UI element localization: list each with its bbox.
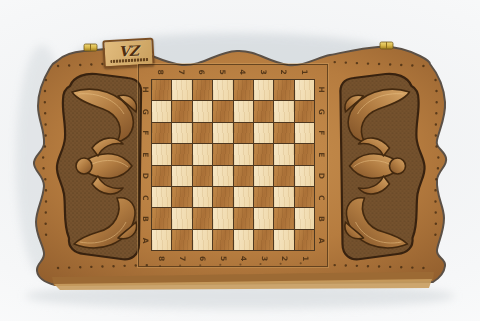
chess-board bbox=[151, 79, 315, 251]
coord-label: 3 bbox=[256, 251, 271, 266]
coord-label: G bbox=[139, 105, 151, 117]
square-f5[interactable] bbox=[213, 123, 232, 143]
coord-label: C bbox=[139, 191, 151, 203]
square-a1[interactable] bbox=[295, 230, 314, 250]
square-e4[interactable] bbox=[234, 144, 253, 164]
square-f3[interactable] bbox=[254, 123, 273, 143]
square-b1[interactable] bbox=[295, 208, 314, 228]
coord-label: G bbox=[315, 105, 327, 117]
coord-label: A bbox=[315, 234, 327, 246]
file-labels-left: HGFEDCBA bbox=[139, 79, 151, 251]
coord-label: 4 bbox=[236, 251, 251, 266]
coord-label: 1 bbox=[298, 65, 312, 79]
coord-label: A bbox=[139, 234, 151, 246]
coord-label: 5 bbox=[216, 65, 230, 79]
square-b7[interactable] bbox=[172, 208, 191, 228]
square-c7[interactable] bbox=[172, 187, 191, 207]
rank-labels-bottom: 87654321 bbox=[151, 251, 315, 266]
square-b3[interactable] bbox=[254, 208, 273, 228]
square-h5[interactable] bbox=[213, 80, 232, 100]
square-d5[interactable] bbox=[213, 166, 232, 186]
square-d2[interactable] bbox=[274, 166, 293, 186]
square-d1[interactable] bbox=[295, 166, 314, 186]
square-d7[interactable] bbox=[172, 166, 191, 186]
square-e1[interactable] bbox=[295, 144, 314, 164]
coord-label: 7 bbox=[175, 65, 189, 79]
square-c5[interactable] bbox=[213, 187, 232, 207]
square-a2[interactable] bbox=[274, 230, 293, 250]
square-a5[interactable] bbox=[213, 230, 232, 250]
square-f6[interactable] bbox=[193, 123, 212, 143]
coord-label: D bbox=[139, 170, 151, 182]
coord-label: 8 bbox=[154, 251, 169, 266]
coord-label: 1 bbox=[297, 251, 312, 266]
square-f2[interactable] bbox=[274, 123, 293, 143]
square-c8[interactable] bbox=[152, 187, 171, 207]
square-f7[interactable] bbox=[172, 123, 191, 143]
coord-label: 2 bbox=[277, 251, 292, 266]
coord-label: 5 bbox=[215, 251, 230, 266]
file-labels-right: HGFEDCBA bbox=[315, 79, 327, 251]
square-e3[interactable] bbox=[254, 144, 273, 164]
square-c4[interactable] bbox=[234, 187, 253, 207]
square-c6[interactable] bbox=[193, 187, 212, 207]
square-h4[interactable] bbox=[234, 80, 253, 100]
square-c3[interactable] bbox=[254, 187, 273, 207]
coord-label: 6 bbox=[195, 251, 210, 266]
coord-label: 2 bbox=[277, 65, 291, 79]
coord-label: H bbox=[315, 84, 327, 96]
square-d3[interactable] bbox=[254, 166, 273, 186]
square-d6[interactable] bbox=[193, 166, 212, 186]
square-h6[interactable] bbox=[193, 80, 212, 100]
coord-label: C bbox=[315, 191, 327, 203]
square-f4[interactable] bbox=[234, 123, 253, 143]
coord-label: F bbox=[139, 127, 151, 139]
square-d8[interactable] bbox=[152, 166, 171, 186]
square-g2[interactable] bbox=[274, 101, 293, 121]
square-b5[interactable] bbox=[213, 208, 232, 228]
chess-area: 87654321 HGFEDCBA HGFEDCBA 87654321 bbox=[138, 64, 328, 267]
coord-label: 8 bbox=[154, 65, 168, 79]
square-c2[interactable] bbox=[274, 187, 293, 207]
coord-label: 4 bbox=[236, 65, 250, 79]
square-g4[interactable] bbox=[234, 101, 253, 121]
square-a7[interactable] bbox=[172, 230, 191, 250]
square-h1[interactable] bbox=[295, 80, 314, 100]
square-a4[interactable] bbox=[234, 230, 253, 250]
maker-logo-tagline-illegible bbox=[110, 57, 148, 62]
square-a8[interactable] bbox=[152, 230, 171, 250]
square-h8[interactable] bbox=[152, 80, 171, 100]
photo-stage: VZ 87654321 HGFEDCBA HGFEDCBA 87654321 bbox=[0, 0, 480, 321]
square-e8[interactable] bbox=[152, 144, 171, 164]
square-g1[interactable] bbox=[295, 101, 314, 121]
square-a3[interactable] bbox=[254, 230, 273, 250]
coord-label: H bbox=[139, 84, 151, 96]
square-b4[interactable] bbox=[234, 208, 253, 228]
coord-label: B bbox=[315, 213, 327, 225]
coord-label: 3 bbox=[257, 65, 271, 79]
square-g7[interactable] bbox=[172, 101, 191, 121]
square-g6[interactable] bbox=[193, 101, 212, 121]
square-e2[interactable] bbox=[274, 144, 293, 164]
coord-label: F bbox=[315, 127, 327, 139]
square-g5[interactable] bbox=[213, 101, 232, 121]
coord-label: 6 bbox=[195, 65, 209, 79]
square-b6[interactable] bbox=[193, 208, 212, 228]
square-e5[interactable] bbox=[213, 144, 232, 164]
hinge-right bbox=[380, 42, 393, 49]
maker-logo-text: VZ bbox=[119, 44, 139, 58]
coord-label: E bbox=[315, 148, 327, 160]
square-f1[interactable] bbox=[295, 123, 314, 143]
square-d4[interactable] bbox=[234, 166, 253, 186]
square-h7[interactable] bbox=[172, 80, 191, 100]
square-h2[interactable] bbox=[274, 80, 293, 100]
square-a6[interactable] bbox=[193, 230, 212, 250]
coord-label: B bbox=[139, 213, 151, 225]
square-c1[interactable] bbox=[295, 187, 314, 207]
coord-label: E bbox=[139, 148, 151, 160]
rank-labels-top: 87654321 bbox=[151, 65, 315, 79]
square-b8[interactable] bbox=[152, 208, 171, 228]
square-g8[interactable] bbox=[152, 101, 171, 121]
square-f8[interactable] bbox=[152, 123, 171, 143]
coord-label: 7 bbox=[174, 251, 189, 266]
square-g3[interactable] bbox=[254, 101, 273, 121]
hinge-left bbox=[84, 44, 97, 51]
square-h3[interactable] bbox=[254, 80, 273, 100]
coord-label: D bbox=[315, 170, 327, 182]
square-b2[interactable] bbox=[274, 208, 293, 228]
square-e6[interactable] bbox=[193, 144, 212, 164]
square-e7[interactable] bbox=[172, 144, 191, 164]
